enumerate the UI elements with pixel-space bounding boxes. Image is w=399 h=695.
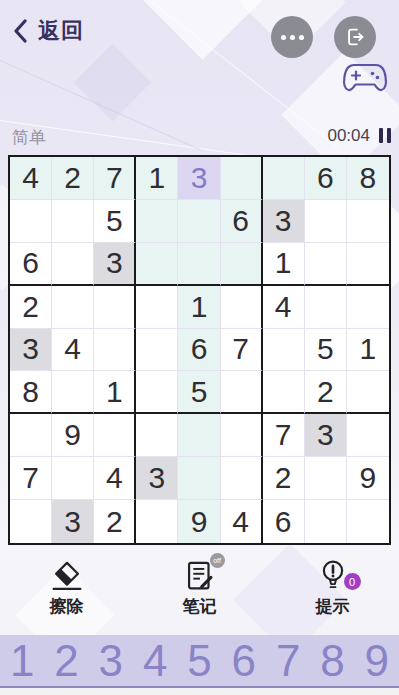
sudoku-board: 427136856363121434675181529737432932946	[8, 155, 391, 545]
cell-r4c1[interactable]: 2	[10, 286, 52, 329]
exit-button[interactable]	[334, 16, 376, 58]
cell-r7c6[interactable]	[221, 414, 263, 457]
cell-r9c2[interactable]: 3	[52, 500, 94, 543]
cell-r1c5[interactable]: 3	[178, 157, 220, 200]
cell-r9c9[interactable]	[347, 500, 389, 543]
cell-r6c8[interactable]: 2	[305, 371, 347, 414]
cell-r4c5[interactable]: 1	[178, 286, 220, 329]
cell-r2c1[interactable]	[10, 200, 52, 243]
cell-r4c9[interactable]	[347, 286, 389, 329]
numpad: 1 2 3 4 5 6 7 8 9	[0, 635, 399, 688]
cell-r6c2[interactable]	[52, 371, 94, 414]
cell-r6c4[interactable]	[136, 371, 178, 414]
cell-r4c8[interactable]	[305, 286, 347, 329]
sudoku-app-screen: 返回 简单 00:04 4271368563631214346751815297…	[0, 0, 399, 695]
cell-r2c6[interactable]: 6	[221, 200, 263, 243]
cell-r6c6[interactable]	[221, 371, 263, 414]
cell-r4c4[interactable]	[136, 286, 178, 329]
cell-r2c2[interactable]	[52, 200, 94, 243]
cell-r1c8[interactable]: 6	[305, 157, 347, 200]
difficulty-label: 简单	[12, 126, 46, 149]
hint-label: 提示	[316, 595, 350, 618]
numpad-key-8[interactable]: 8	[318, 639, 346, 683]
cell-r4c3[interactable]	[94, 286, 136, 329]
cell-r3c7[interactable]: 1	[263, 243, 305, 286]
cell-r2c7[interactable]: 3	[263, 200, 305, 243]
cell-r5c2[interactable]: 4	[52, 329, 94, 372]
cell-r8c4[interactable]: 3	[136, 457, 178, 500]
cell-r1c4[interactable]: 1	[136, 157, 178, 200]
back-button[interactable]: 返回	[13, 16, 84, 46]
cell-r7c5[interactable]	[178, 414, 220, 457]
numpad-key-7[interactable]: 7	[274, 639, 302, 683]
cell-r3c8[interactable]	[305, 243, 347, 286]
notes-label: 笔记	[183, 595, 217, 618]
erase-button[interactable]: 擦除	[0, 556, 133, 618]
cell-r6c5[interactable]: 5	[178, 371, 220, 414]
cell-r5c1[interactable]: 3	[10, 329, 52, 372]
cell-r4c7[interactable]: 4	[263, 286, 305, 329]
cell-r2c4[interactable]	[136, 200, 178, 243]
cell-r6c9[interactable]	[347, 371, 389, 414]
header-bar: 返回	[0, 0, 399, 60]
cell-r5c7[interactable]	[263, 329, 305, 372]
cell-r6c3[interactable]: 1	[94, 371, 136, 414]
cell-r6c1[interactable]: 8	[10, 371, 52, 414]
cell-r5c4[interactable]	[136, 329, 178, 372]
pause-button[interactable]	[379, 128, 391, 143]
cell-r9c1[interactable]	[10, 500, 52, 543]
cell-r7c9[interactable]	[347, 414, 389, 457]
cell-r6c7[interactable]	[263, 371, 305, 414]
numpad-key-2[interactable]: 2	[52, 639, 80, 683]
cell-r7c4[interactable]	[136, 414, 178, 457]
cell-r4c6[interactable]	[221, 286, 263, 329]
cell-r1c3[interactable]: 7	[94, 157, 136, 200]
cell-r2c9[interactable]	[347, 200, 389, 243]
cell-r9c7[interactable]: 6	[263, 500, 305, 543]
cell-r2c3[interactable]: 5	[94, 200, 136, 243]
cell-r3c4[interactable]	[136, 243, 178, 286]
cell-r1c9[interactable]: 8	[347, 157, 389, 200]
cell-r7c3[interactable]	[94, 414, 136, 457]
cell-r8c2[interactable]	[52, 457, 94, 500]
cell-r9c6[interactable]: 4	[221, 500, 263, 543]
cell-r1c6[interactable]	[221, 157, 263, 200]
exit-logout-icon	[344, 26, 366, 48]
numpad-key-4[interactable]: 4	[141, 639, 169, 683]
gamepad-icon[interactable]	[341, 60, 389, 96]
notes-off-badge: off	[210, 553, 225, 568]
cell-r9c5[interactable]: 9	[178, 500, 220, 543]
cell-r7c7[interactable]: 7	[263, 414, 305, 457]
cell-r8c3[interactable]: 4	[94, 457, 136, 500]
cell-r8c5[interactable]	[178, 457, 220, 500]
cell-r8c7[interactable]: 2	[263, 457, 305, 500]
cell-r8c1[interactable]: 7	[10, 457, 52, 500]
cell-r5c9[interactable]: 1	[347, 329, 389, 372]
timer-value: 00:04	[327, 126, 370, 146]
cell-r8c6[interactable]	[221, 457, 263, 500]
notes-button[interactable]: off 笔记	[133, 556, 266, 618]
more-button[interactable]	[271, 16, 313, 58]
numpad-key-5[interactable]: 5	[185, 639, 213, 683]
cell-r7c8[interactable]: 3	[305, 414, 347, 457]
cell-r5c8[interactable]: 5	[305, 329, 347, 372]
cell-r7c2[interactable]: 9	[52, 414, 94, 457]
cell-r9c8[interactable]	[305, 500, 347, 543]
hint-lightbulb-icon	[317, 558, 349, 592]
cell-r8c9[interactable]: 9	[347, 457, 389, 500]
cell-r1c2[interactable]: 2	[52, 157, 94, 200]
back-label: 返回	[38, 16, 84, 46]
cell-r1c7[interactable]	[263, 157, 305, 200]
numpad-key-6[interactable]: 6	[230, 639, 258, 683]
cell-r5c3[interactable]	[94, 329, 136, 372]
erase-label: 擦除	[50, 595, 84, 618]
cell-r1c1[interactable]: 4	[10, 157, 52, 200]
cell-r9c3[interactable]: 2	[94, 500, 136, 543]
cell-r4c2[interactable]	[52, 286, 94, 329]
numpad-key-1[interactable]: 1	[8, 639, 36, 683]
cell-r2c5[interactable]	[178, 200, 220, 243]
numpad-key-3[interactable]: 3	[97, 639, 125, 683]
hint-button[interactable]: 0 提示	[266, 556, 399, 618]
cell-r8c8[interactable]	[305, 457, 347, 500]
numpad-key-9[interactable]: 9	[363, 639, 391, 683]
cell-r3c5[interactable]	[178, 243, 220, 286]
cell-r3c9[interactable]	[347, 243, 389, 286]
more-ellipsis-icon	[281, 35, 304, 40]
cell-r3c6[interactable]	[221, 243, 263, 286]
toolbar: 擦除 off 笔记	[0, 556, 399, 618]
cell-r5c6[interactable]: 7	[221, 329, 263, 372]
status-row: 简单 00:04	[0, 124, 399, 150]
cell-r3c1[interactable]: 6	[10, 243, 52, 286]
cell-r7c1[interactable]	[10, 414, 52, 457]
cell-r5c5[interactable]: 6	[178, 329, 220, 372]
cell-r3c2[interactable]	[52, 243, 94, 286]
cell-r2c8[interactable]	[305, 200, 347, 243]
cell-r9c4[interactable]	[136, 500, 178, 543]
hint-count-badge: 0	[344, 573, 361, 590]
back-chevron-icon	[13, 19, 28, 43]
cell-r3c3[interactable]: 3	[94, 243, 136, 286]
eraser-icon	[50, 558, 84, 592]
